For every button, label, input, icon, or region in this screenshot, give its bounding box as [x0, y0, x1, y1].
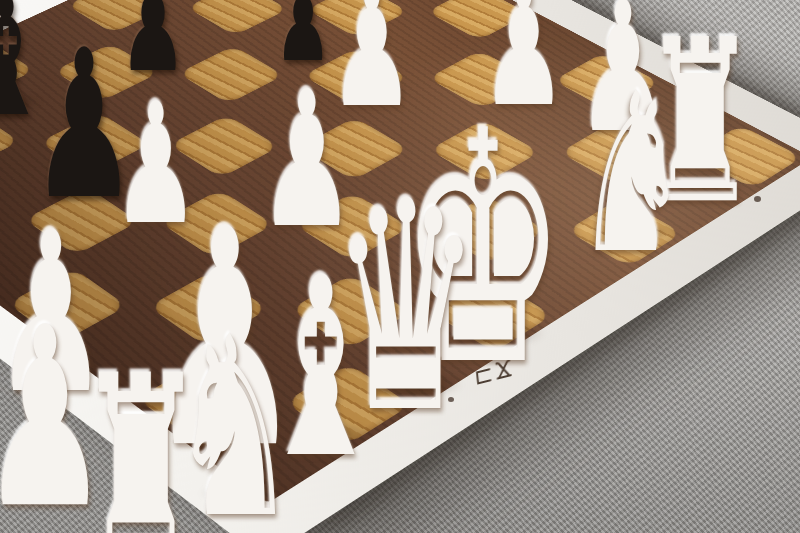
chess-photo-scene: ♝♟♟♟♟♟♟♟♟♜♞♚♛♟♟♝♟♞♜ ⊏Ϫ: [0, 0, 800, 533]
chess-piece-white-knight[interactable]: ♞: [575, 64, 689, 284]
chess-piece-white-rook[interactable]: ♜: [74, 342, 208, 533]
